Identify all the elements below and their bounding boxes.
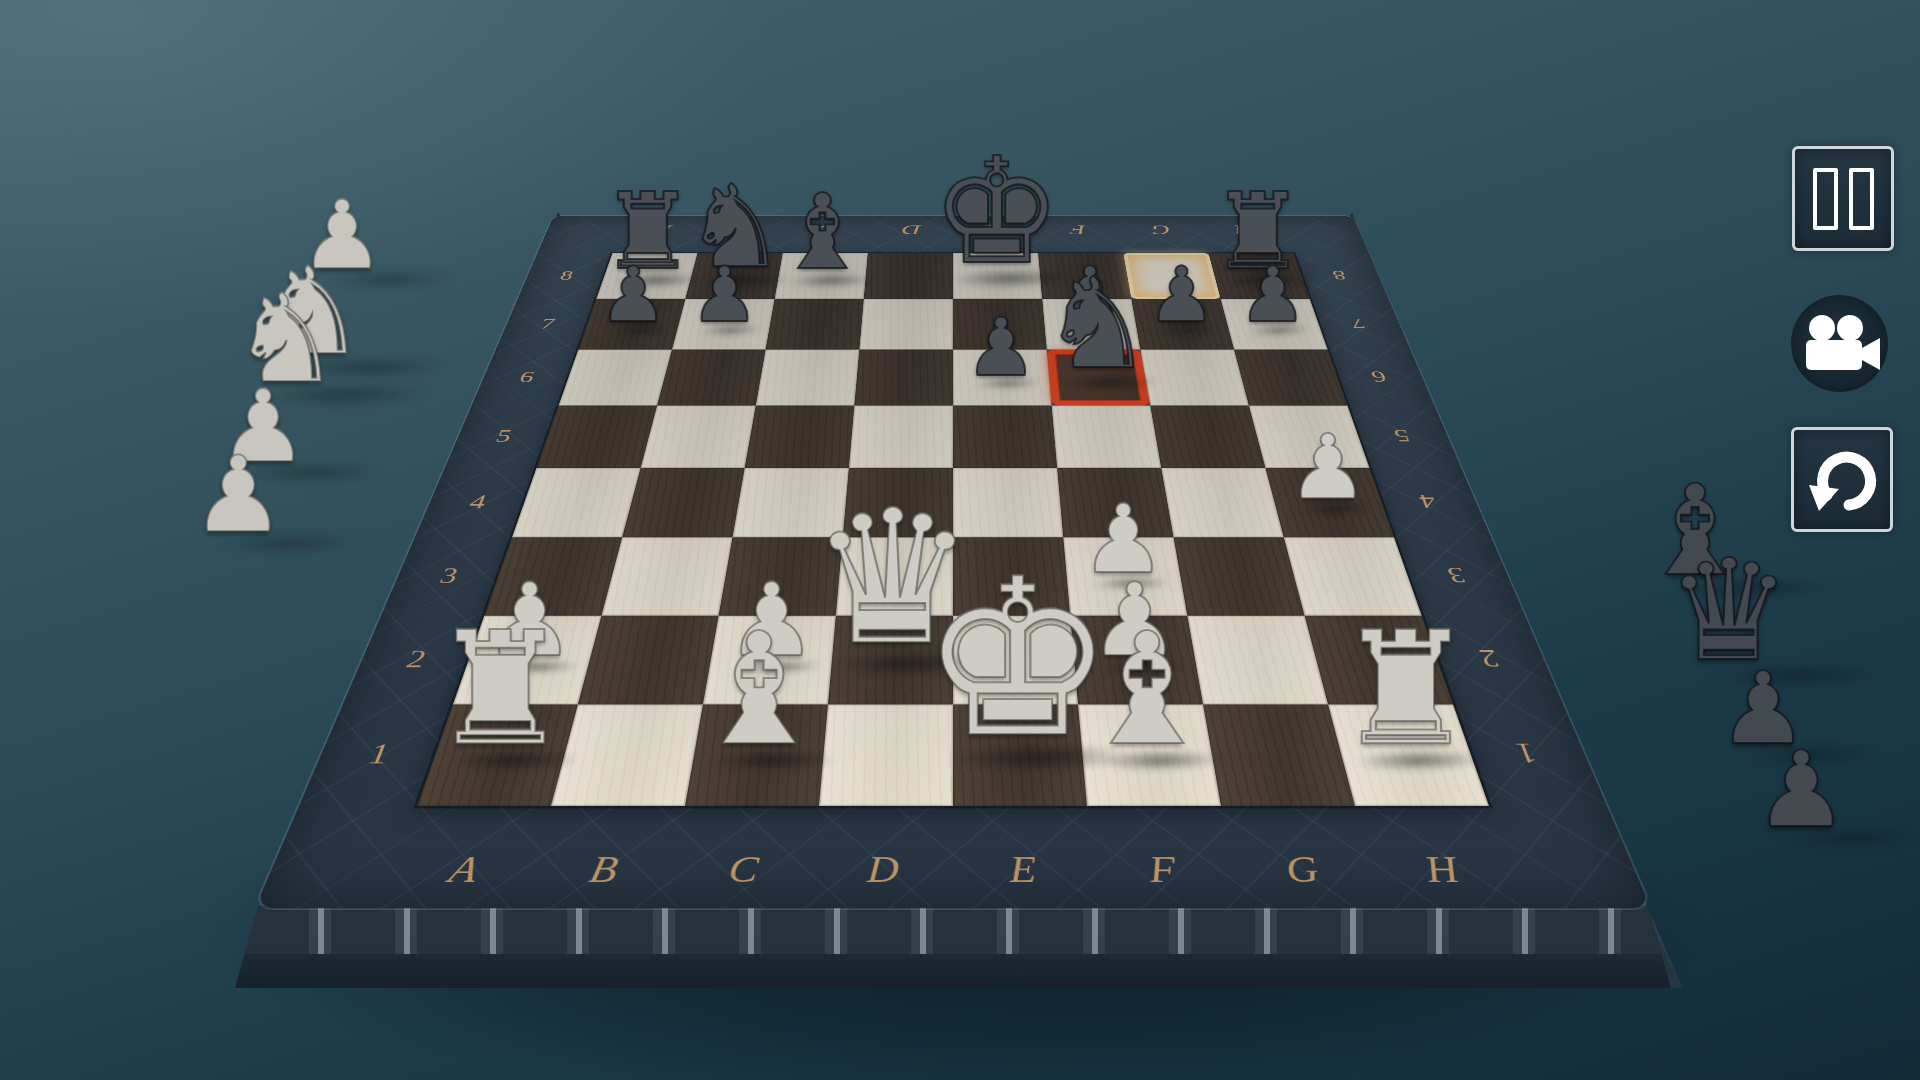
black-bishop-glyph: ♝: [776, 180, 869, 284]
square-b5[interactable]: [641, 406, 756, 468]
piece-white-rook-a1[interactable]: ♜: [430, 611, 570, 767]
piece-white-pawn-h4[interactable]: ♟: [1288, 423, 1368, 513]
square-e5[interactable]: [953, 406, 1057, 468]
square-c7[interactable]: [766, 299, 864, 350]
piece-white-bishop-c1[interactable]: ♝: [690, 613, 828, 767]
square-c6[interactable]: [756, 350, 860, 406]
pause-button[interactable]: [1792, 146, 1894, 251]
white-rook-glyph: ♜: [1336, 611, 1476, 767]
black-pawn-glyph: ♟: [965, 307, 1037, 387]
square-g5[interactable]: [1150, 406, 1265, 468]
piece-black-knight-f6[interactable]: ♞: [1041, 261, 1153, 386]
undo-icon: [1805, 443, 1879, 517]
square-a6[interactable]: [559, 350, 672, 406]
square-c5[interactable]: [745, 406, 855, 468]
white-bishop-glyph: ♝: [690, 613, 828, 767]
piece-black-pawn-b7[interactable]: ♟: [690, 257, 758, 333]
piece-black-bishop-c8[interactable]: ♝: [776, 180, 869, 284]
black-pawn-glyph: ♟: [1147, 257, 1215, 333]
black-pawn-glyph: ♟: [599, 257, 667, 333]
pause-icon: [1813, 168, 1874, 230]
file-label-far-f: F: [1069, 222, 1087, 237]
black-knight-glyph: ♞: [1041, 261, 1153, 386]
square-a5[interactable]: [537, 406, 658, 468]
file-label-near-e: E: [1009, 849, 1038, 891]
square-b4[interactable]: [622, 468, 745, 538]
square-d7[interactable]: [859, 299, 953, 350]
square-b6[interactable]: [657, 350, 766, 406]
square-g4[interactable]: [1161, 468, 1284, 538]
black-pawn-glyph: ♟: [1754, 738, 1848, 843]
white-pawn-glyph: ♟: [191, 443, 285, 548]
piece-black-pawn-g7[interactable]: ♟: [1147, 257, 1215, 333]
camera-icon: [1798, 314, 1882, 374]
piece-white-rook-h1[interactable]: ♜: [1336, 611, 1476, 767]
file-label-near-f: F: [1146, 849, 1178, 891]
square-h6[interactable]: [1234, 350, 1347, 406]
black-pawn-glyph: ♟: [690, 257, 758, 333]
captured-black-pawn-3: ♟: [1754, 738, 1848, 843]
file-label-near-d: D: [866, 849, 899, 891]
square-d5[interactable]: [849, 406, 953, 468]
white-pawn-glyph: ♟: [1288, 423, 1368, 513]
white-bishop-glyph: ♝: [1078, 613, 1216, 767]
square-f5[interactable]: [1052, 406, 1162, 468]
piece-black-pawn-a7[interactable]: ♟: [599, 257, 667, 333]
piece-black-pawn-e6[interactable]: ♟: [965, 307, 1037, 387]
undo-button[interactable]: [1791, 427, 1893, 532]
file-label-far-d: D: [902, 222, 921, 237]
white-rook-glyph: ♜: [430, 611, 570, 767]
file-label-near-c: C: [726, 849, 761, 891]
file-label-far-g: G: [1150, 222, 1172, 237]
square-d6[interactable]: [854, 350, 953, 406]
captured-white-pawn-4: ♟: [191, 443, 285, 548]
camera-button[interactable]: [1791, 295, 1888, 392]
black-pawn-glyph: ♟: [1239, 257, 1307, 333]
piece-black-pawn-h7[interactable]: ♟: [1239, 257, 1307, 333]
piece-white-bishop-f1[interactable]: ♝: [1078, 613, 1216, 767]
